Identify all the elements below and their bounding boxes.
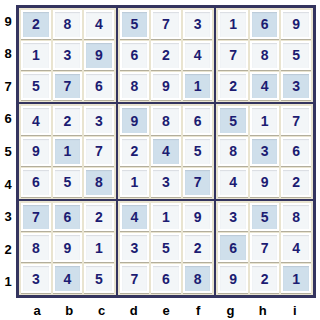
cell-g8[interactable]: 7 [218, 41, 248, 70]
cell-g4[interactable]: 4 [218, 168, 248, 197]
row-labels: 987654321 [0, 5, 16, 298]
cell-a3[interactable]: 7 [21, 203, 51, 232]
cell-i8[interactable]: 5 [281, 41, 311, 70]
cell-b6[interactable]: 2 [53, 106, 83, 135]
cell-c8[interactable]: 9 [84, 41, 114, 70]
cell-d6[interactable]: 9 [120, 106, 150, 135]
cell-h5[interactable]: 3 [250, 137, 280, 166]
row-label-8: 8 [0, 38, 16, 71]
box-r1c1: 986245137 [117, 103, 216, 199]
cell-a1[interactable]: 3 [21, 264, 51, 293]
cell-g5[interactable]: 8 [218, 137, 248, 166]
cell-h3[interactable]: 5 [250, 203, 280, 232]
col-label-f: f [182, 298, 214, 320]
row-label-7: 7 [0, 70, 16, 103]
cell-b5[interactable]: 1 [53, 137, 83, 166]
cell-d7[interactable]: 8 [120, 72, 150, 101]
cell-d4[interactable]: 1 [120, 168, 150, 197]
col-label-h: h [247, 298, 279, 320]
box-r0c1: 573624891 [117, 7, 216, 103]
cell-c2[interactable]: 1 [84, 233, 114, 262]
box-r1c0: 423917658 [18, 103, 117, 199]
cell-b3[interactable]: 6 [53, 203, 83, 232]
cell-a6[interactable]: 4 [21, 106, 51, 135]
cell-b1[interactable]: 4 [53, 264, 83, 293]
cell-a5[interactable]: 9 [21, 137, 51, 166]
cell-i5[interactable]: 6 [281, 137, 311, 166]
col-labels: abcdefghi [16, 298, 316, 320]
cell-f5[interactable]: 5 [183, 137, 213, 166]
col-label-g: g [214, 298, 246, 320]
cell-h8[interactable]: 8 [250, 41, 280, 70]
cell-f1[interactable]: 8 [183, 264, 213, 293]
cell-d1[interactable]: 7 [120, 264, 150, 293]
cell-a9[interactable]: 2 [21, 10, 51, 39]
cell-e3[interactable]: 1 [151, 203, 181, 232]
cell-h4[interactable]: 9 [250, 168, 280, 197]
box-r0c0: 284139576 [18, 7, 117, 103]
cell-g6[interactable]: 5 [218, 106, 248, 135]
row-label-9: 9 [0, 5, 16, 38]
col-label-d: d [118, 298, 150, 320]
cell-i6[interactable]: 7 [281, 106, 311, 135]
cell-f9[interactable]: 3 [183, 10, 213, 39]
cell-a7[interactable]: 5 [21, 72, 51, 101]
cell-a2[interactable]: 8 [21, 233, 51, 262]
cell-d8[interactable]: 6 [120, 41, 150, 70]
cell-c7[interactable]: 6 [84, 72, 114, 101]
cell-i1[interactable]: 1 [281, 264, 311, 293]
row-label-1: 1 [0, 266, 16, 299]
row-label-4: 4 [0, 168, 16, 201]
cell-i4[interactable]: 2 [281, 168, 311, 197]
col-label-a: a [21, 298, 53, 320]
cell-f3[interactable]: 9 [183, 203, 213, 232]
cell-a4[interactable]: 6 [21, 168, 51, 197]
cell-d3[interactable]: 4 [120, 203, 150, 232]
cell-g2[interactable]: 6 [218, 233, 248, 262]
row-label-3: 3 [0, 200, 16, 233]
cell-d9[interactable]: 5 [120, 10, 150, 39]
cell-e1[interactable]: 6 [151, 264, 181, 293]
sudoku-diagram: 987654321 284139576573624891169785243423… [0, 0, 320, 320]
cell-h7[interactable]: 4 [250, 72, 280, 101]
cell-c5[interactable]: 7 [84, 137, 114, 166]
cell-b9[interactable]: 8 [53, 10, 83, 39]
col-label-b: b [53, 298, 85, 320]
box-r2c1: 419352768 [117, 200, 216, 296]
cell-b7[interactable]: 7 [53, 72, 83, 101]
cell-c9[interactable]: 4 [84, 10, 114, 39]
cell-e2[interactable]: 5 [151, 233, 181, 262]
box-r0c2: 169785243 [215, 7, 314, 103]
box-r2c2: 358674921 [215, 200, 314, 296]
row-label-2: 2 [0, 233, 16, 266]
cell-g3[interactable]: 3 [218, 203, 248, 232]
col-label-i: i [279, 298, 311, 320]
cell-a8[interactable]: 1 [21, 41, 51, 70]
cell-i2[interactable]: 4 [281, 233, 311, 262]
cell-e4[interactable]: 3 [151, 168, 181, 197]
cell-h2[interactable]: 7 [250, 233, 280, 262]
cell-e7[interactable]: 9 [151, 72, 181, 101]
cell-i9[interactable]: 9 [281, 10, 311, 39]
cell-c1[interactable]: 5 [84, 264, 114, 293]
cell-b4[interactable]: 5 [53, 168, 83, 197]
box-r2c0: 762891345 [18, 200, 117, 296]
box-r1c2: 517836492 [215, 103, 314, 199]
cell-f4[interactable]: 7 [183, 168, 213, 197]
cell-f7[interactable]: 1 [183, 72, 213, 101]
cell-i3[interactable]: 8 [281, 203, 311, 232]
row-label-6: 6 [0, 103, 16, 136]
cell-i7[interactable]: 3 [281, 72, 311, 101]
cell-g7[interactable]: 2 [218, 72, 248, 101]
cell-d5[interactable]: 2 [120, 137, 150, 166]
cell-g1[interactable]: 9 [218, 264, 248, 293]
cell-e6[interactable]: 8 [151, 106, 181, 135]
row-label-5: 5 [0, 135, 16, 168]
cell-b2[interactable]: 9 [53, 233, 83, 262]
cell-e9[interactable]: 7 [151, 10, 181, 39]
cell-d2[interactable]: 3 [120, 233, 150, 262]
cell-e8[interactable]: 2 [151, 41, 181, 70]
cell-c3[interactable]: 2 [84, 203, 114, 232]
cell-h1[interactable]: 2 [250, 264, 280, 293]
cell-f2[interactable]: 2 [183, 233, 213, 262]
cell-f6[interactable]: 6 [183, 106, 213, 135]
cell-g9[interactable]: 1 [218, 10, 248, 39]
col-label-e: e [150, 298, 182, 320]
sudoku-board: 2841395765736248911697852434239176589862… [16, 5, 316, 298]
cell-f8[interactable]: 4 [183, 41, 213, 70]
cell-e5[interactable]: 4 [151, 137, 181, 166]
col-label-c: c [85, 298, 117, 320]
cell-h6[interactable]: 1 [250, 106, 280, 135]
cell-c4[interactable]: 8 [84, 168, 114, 197]
cell-h9[interactable]: 6 [250, 10, 280, 39]
cell-c6[interactable]: 3 [84, 106, 114, 135]
cell-b8[interactable]: 3 [53, 41, 83, 70]
